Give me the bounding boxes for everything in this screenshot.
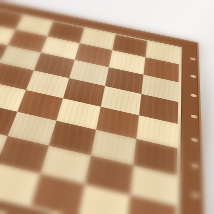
frame-inlay-mark [191, 138, 197, 143]
chessboard [0, 0, 206, 214]
frame-inlay-mark [0, 210, 7, 214]
board-squares [0, 0, 182, 214]
frame-inlay-mark [191, 94, 197, 98]
frame-inlay-mark [190, 57, 195, 60]
frame-inlay-mark [191, 75, 197, 79]
frame-inlay-mark [192, 192, 199, 198]
frame-inlay-mark [191, 114, 197, 118]
chessboard-photo [0, 0, 214, 214]
frame-inlay-mark [192, 163, 199, 168]
